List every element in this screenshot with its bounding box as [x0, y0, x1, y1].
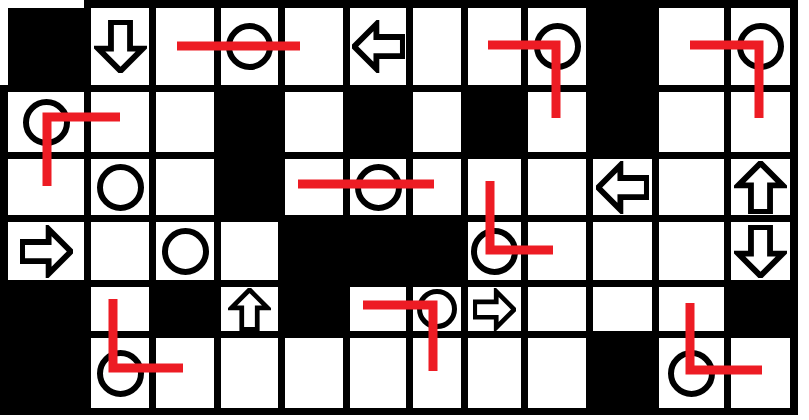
cell-r3c11[interactable]: [659, 159, 724, 215]
cell-r4c3[interactable]: [156, 222, 214, 280]
cell-r6c1[interactable]: [8, 338, 84, 408]
cell-r6c10[interactable]: [593, 338, 652, 408]
cell-r1c2[interactable]: [91, 8, 149, 85]
circle-marker: [417, 289, 457, 329]
cell-r1c1[interactable]: [8, 8, 84, 85]
circle-marker: [162, 228, 209, 275]
arrow-left-icon: [352, 20, 405, 73]
cell-r3c2[interactable]: [91, 159, 149, 215]
cell-r4c6[interactable]: [350, 222, 406, 280]
cell-r6c5[interactable]: [285, 338, 343, 408]
cell-r1c3[interactable]: [156, 8, 214, 85]
cell-r4c1[interactable]: [8, 222, 84, 280]
cell-r5c7[interactable]: [413, 287, 461, 331]
cell-r1c12[interactable]: [731, 8, 790, 85]
cell-r6c6[interactable]: [350, 338, 406, 408]
cell-r2c3[interactable]: [156, 92, 214, 152]
arrow-up-icon: [734, 161, 787, 214]
cell-r2c5[interactable]: [285, 92, 343, 152]
circle-marker: [97, 350, 144, 397]
cell-r1c5[interactable]: [285, 8, 343, 85]
puzzle-board: [0, 0, 798, 415]
cell-r4c4[interactable]: [221, 222, 278, 280]
cell-r6c9[interactable]: [528, 338, 586, 408]
arrow-down-icon: [94, 20, 147, 73]
cell-r2c8[interactable]: [468, 92, 521, 152]
circle-marker: [226, 23, 273, 70]
cell-r1c7[interactable]: [413, 8, 461, 85]
cell-r6c3[interactable]: [156, 338, 214, 408]
cell-r5c6[interactable]: [350, 287, 406, 331]
cell-r6c8[interactable]: [468, 338, 521, 408]
circle-marker: [668, 350, 715, 397]
cell-r3c7[interactable]: [413, 159, 461, 215]
cell-r5c2[interactable]: [91, 287, 149, 331]
cell-r3c3[interactable]: [156, 159, 214, 215]
cell-r2c7[interactable]: [413, 92, 461, 152]
cell-r5c12[interactable]: [731, 287, 790, 331]
cell-r4c12[interactable]: [731, 222, 790, 280]
cell-r2c1[interactable]: [8, 92, 84, 152]
cell-r1c6[interactable]: [350, 8, 406, 85]
cell-r6c12[interactable]: [731, 338, 790, 408]
arrow-up-icon: [228, 288, 271, 331]
cell-r2c4[interactable]: [221, 92, 278, 152]
puzzle-screenshot: [0, 0, 809, 420]
cell-r6c7[interactable]: [413, 338, 461, 408]
cell-r4c2[interactable]: [91, 222, 149, 280]
cell-r3c9[interactable]: [528, 159, 586, 215]
circle-marker: [355, 164, 402, 211]
cell-r3c8[interactable]: [468, 159, 521, 215]
cell-r4c5[interactable]: [285, 222, 343, 280]
circle-marker: [23, 99, 70, 146]
cell-r3c4[interactable]: [221, 159, 278, 215]
circle-marker: [97, 164, 144, 211]
cell-r2c10[interactable]: [593, 92, 652, 152]
cell-r2c12[interactable]: [731, 92, 790, 152]
arrow-right-icon: [20, 225, 73, 278]
cell-r3c6[interactable]: [350, 159, 406, 215]
cell-r1c11[interactable]: [659, 8, 724, 85]
circle-marker: [471, 228, 518, 275]
border-gap-left: [0, 0, 8, 85]
cell-r5c11[interactable]: [659, 287, 724, 331]
cell-r5c9[interactable]: [528, 287, 586, 331]
cell-r6c4[interactable]: [221, 338, 278, 408]
cell-r5c10[interactable]: [593, 287, 652, 331]
circle-marker: [534, 23, 581, 70]
circle-marker: [737, 23, 784, 70]
cell-r4c8[interactable]: [468, 222, 521, 280]
cell-r1c8[interactable]: [468, 8, 521, 85]
cell-r4c9[interactable]: [528, 222, 586, 280]
cell-r3c1[interactable]: [8, 159, 84, 215]
cell-r5c1[interactable]: [8, 287, 84, 331]
cell-r6c11[interactable]: [659, 338, 724, 408]
cell-r4c11[interactable]: [659, 222, 724, 280]
cell-r4c7[interactable]: [413, 222, 461, 280]
cell-r4c10[interactable]: [593, 222, 652, 280]
cell-r5c3[interactable]: [156, 287, 214, 331]
cell-r3c12[interactable]: [731, 159, 790, 215]
cell-r3c5[interactable]: [285, 159, 343, 215]
cell-r3c10[interactable]: [593, 159, 652, 215]
cell-r2c9[interactable]: [528, 92, 586, 152]
cell-r2c6[interactable]: [350, 92, 406, 152]
cell-r5c4[interactable]: [221, 287, 278, 331]
cell-r1c4[interactable]: [221, 8, 278, 85]
cell-r1c9[interactable]: [528, 8, 586, 85]
arrow-left-icon: [596, 161, 649, 214]
cell-r2c2[interactable]: [91, 92, 149, 152]
cell-r5c8[interactable]: [468, 287, 521, 331]
cell-r5c5[interactable]: [285, 287, 343, 331]
cell-r6c2[interactable]: [91, 338, 149, 408]
arrow-down-icon: [734, 225, 787, 278]
cell-r1c10[interactable]: [593, 8, 652, 85]
arrow-right-icon: [473, 288, 516, 331]
cell-r2c11[interactable]: [659, 92, 724, 152]
border-gap-top: [0, 0, 84, 8]
